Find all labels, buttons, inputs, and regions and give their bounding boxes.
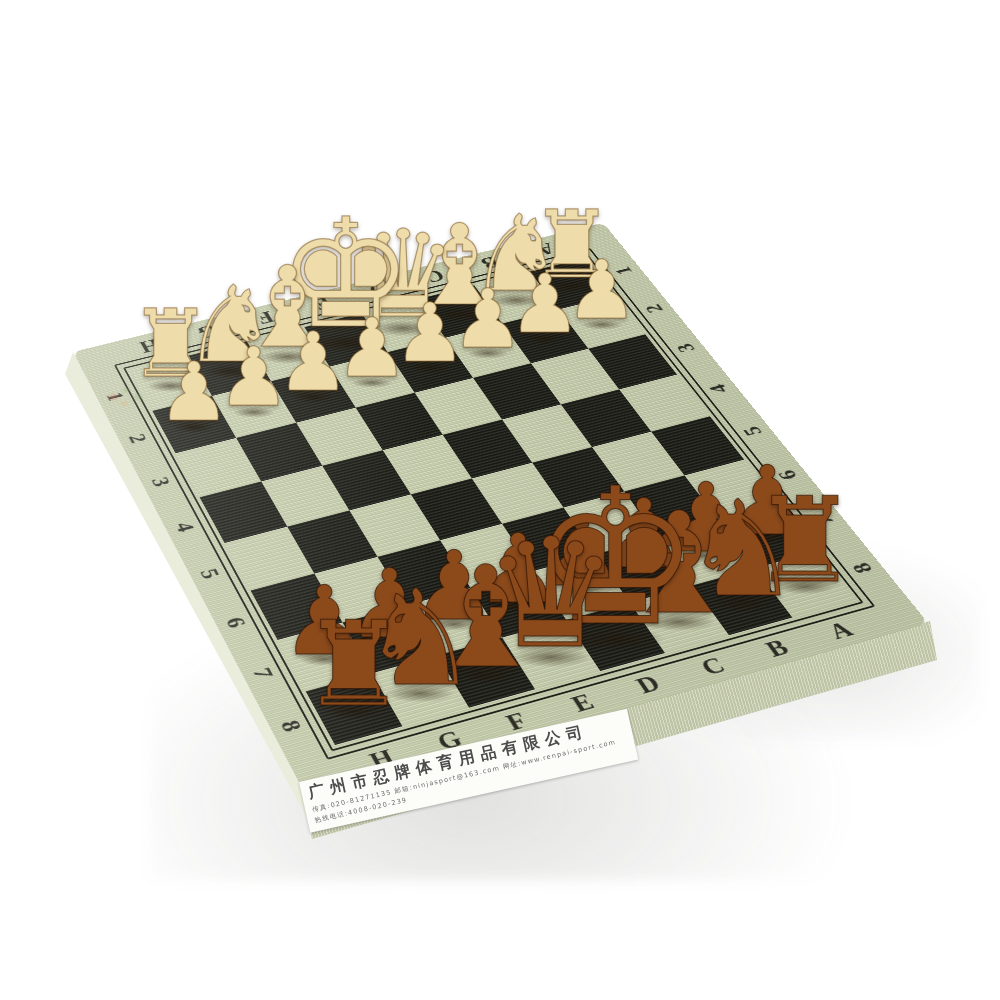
piece-white-pawn[interactable]: ♟ (158, 354, 231, 431)
pieces-layer: ♜♞♝♚♛♝♞♜♟♟♟♟♟♟♟♟♟♟♟♟♟♟♟♟♜♞♝♛♚♝♞♜ (0, 0, 1000, 1000)
chess-set-photo: HHGGFFEEDDCCBBAA1122334455667788 ♜♞♝♚♛♝♞… (0, 0, 1000, 1000)
piece-black-rook[interactable]: ♜ (301, 609, 406, 720)
